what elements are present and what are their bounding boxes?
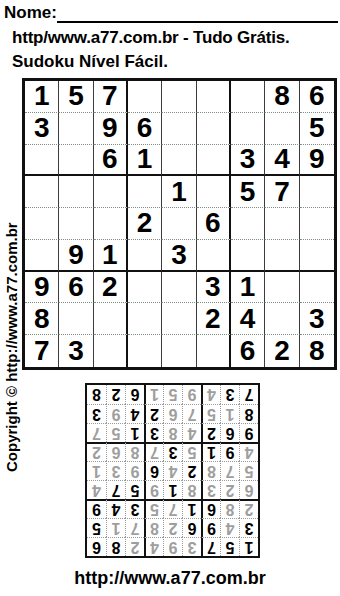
puzzle-cell-r8c6: 2 [197,303,231,335]
solution-cell-r6c6: 7 [144,442,163,461]
solution-cell-r7c7: 1 [125,423,144,442]
puzzle-cell-r1c2: 5 [59,81,93,113]
puzzle-cell-r8c3 [94,303,128,335]
solution-cell-r5c5: 4 [163,461,182,480]
puzzle-cell-r9c7: 6 [231,335,265,367]
puzzle-cell-r6c8 [265,240,299,272]
puzzle-cell-r2c3: 9 [94,113,128,145]
solution-cell-r2c8: 1 [106,518,125,537]
puzzle-cell-r6c7 [231,240,265,272]
puzzle-cell-r4c3 [94,176,128,208]
puzzle-cell-r3c8: 4 [265,145,299,177]
puzzle-cell-r6c4 [128,240,162,272]
solution-cell-r6c3: 1 [201,442,220,461]
solution-cell-r4c5: 1 [163,480,182,499]
solution-cell-r3c9: 9 [87,499,106,518]
solution-cell-r3c6: 5 [144,499,163,518]
puzzle-cell-r6c2: 9 [59,240,93,272]
solution-cell-r6c9: 2 [87,442,106,461]
solution-cell-r1c4: 3 [182,537,201,556]
puzzle-cell-r4c6 [197,176,231,208]
solution-cell-r5c9: 1 [87,461,106,480]
puzzle-cell-r4c1 [25,176,59,208]
puzzle-cell-r1c9: 6 [300,81,334,113]
solution-cell-r9c6: 1 [144,385,163,404]
puzzle-cell-r4c7: 5 [231,176,265,208]
puzzle-cell-r5c4: 2 [128,208,162,240]
puzzle-cell-r1c5 [162,81,196,113]
solution-cell-r4c6: 9 [144,480,163,499]
puzzle-cell-r9c3 [94,335,128,367]
solution-cell-r8c3: 5 [201,404,220,423]
footer-url: http://www.a77.com.br [0,568,340,589]
puzzle-cell-r9c2: 3 [59,335,93,367]
solution-cell-r6c8: 6 [106,442,125,461]
puzzle-cell-r6c3: 1 [94,240,128,272]
solution-cell-r8c2: 1 [220,404,239,423]
puzzle-cell-r4c2 [59,176,93,208]
solution-cell-r4c4: 8 [182,480,201,499]
puzzle-cell-r2c1: 3 [25,113,59,145]
puzzle-cell-r6c9 [300,240,334,272]
puzzle-cell-r2c9: 5 [300,113,334,145]
solution-cell-r5c7: 9 [125,461,144,480]
puzzle-cell-r5c5 [162,208,196,240]
solution-cell-r8c8: 9 [106,404,125,423]
solution-cell-r7c4: 4 [182,423,201,442]
solution-cell-r5c6: 6 [144,461,163,480]
solution-cell-r5c1: 5 [239,461,258,480]
solution-cell-r4c9: 4 [87,480,106,499]
puzzle-cell-r4c4 [128,176,162,208]
puzzle-cell-r5c8 [265,208,299,240]
solution-cell-r3c1: 2 [239,499,258,518]
solution-cell-r7c3: 2 [201,423,220,442]
solution-cell-r1c3: 7 [201,537,220,556]
puzzle-cell-r5c6: 6 [197,208,231,240]
puzzle-cell-r8c9: 3 [300,303,334,335]
solution-cell-r9c9: 8 [87,385,106,404]
puzzle-cell-r9c9: 8 [300,335,334,367]
solution-cell-r3c5: 7 [163,499,182,518]
solution-cell-r8c9: 3 [87,404,106,423]
solution-cell-r4c8: 7 [106,480,125,499]
solution-cell-r1c1: 1 [239,537,258,556]
solution-cell-r2c7: 7 [125,518,144,537]
solution-cell-r7c5: 8 [163,423,182,442]
puzzle-cell-r8c8 [265,303,299,335]
solution-cell-r2c1: 3 [239,518,258,537]
name-fill-line [57,2,338,23]
solution-cell-r6c4: 5 [182,442,201,461]
puzzle-cell-r8c7: 4 [231,303,265,335]
puzzle-cell-r2c5 [162,113,196,145]
solution-cell-r7c8: 5 [106,423,125,442]
solution-cell-r5c4: 2 [182,461,201,480]
puzzle-cell-r3c6 [197,145,231,177]
solution-cell-r8c5: 6 [163,404,182,423]
puzzle-cell-r7c9 [300,272,334,304]
solution-cell-r1c9: 6 [87,537,106,556]
solution-cell-r5c2: 7 [220,461,239,480]
puzzle-cell-r6c5: 3 [162,240,196,272]
solution-cell-r6c5: 3 [163,442,182,461]
puzzle-cell-r3c4: 1 [128,145,162,177]
solution-cell-r2c6: 8 [144,518,163,537]
puzzle-cell-r2c7 [231,113,265,145]
site-header: http/www.a77.com.br - Tudo Grátis. [12,28,290,48]
solution-cell-r8c4: 7 [182,404,201,423]
sudoku-puzzle-grid: 157863965613491572691396231824373628 [22,78,337,370]
solution-cell-r9c5: 5 [163,385,182,404]
puzzle-cell-r7c8 [265,272,299,304]
puzzle-cell-r2c2 [59,113,93,145]
puzzle-cell-r5c3 [94,208,128,240]
puzzle-cell-r4c5: 1 [162,176,196,208]
puzzle-cell-r7c3: 2 [94,272,128,304]
solution-cell-r2c5: 2 [163,518,182,537]
puzzle-cell-r1c3: 7 [94,81,128,113]
puzzle-cell-r7c2: 6 [59,272,93,304]
puzzle-cell-r3c7: 3 [231,145,265,177]
solution-cell-r7c9: 7 [87,423,106,442]
solution-cell-r1c7: 2 [125,537,144,556]
puzzle-cell-r4c8: 7 [265,176,299,208]
puzzle-cell-r2c4: 6 [128,113,162,145]
puzzle-cell-r7c5 [162,272,196,304]
puzzle-cell-r8c1: 8 [25,303,59,335]
solution-cell-r4c1: 6 [239,480,258,499]
solution-cell-r9c7: 6 [125,385,144,404]
solution-cell-r9c1: 7 [239,385,258,404]
solution-cell-r9c4: 9 [182,385,201,404]
solution-cell-r1c6: 4 [144,537,163,556]
puzzle-cell-r2c6 [197,113,231,145]
puzzle-cell-r5c2 [59,208,93,240]
puzzle-cell-r9c8: 2 [265,335,299,367]
puzzle-cell-r8c5 [162,303,196,335]
solution-cell-r3c3: 6 [201,499,220,518]
puzzle-cell-r9c5 [162,335,196,367]
puzzle-cell-r9c6 [197,335,231,367]
page-title: Sudoku Nível Fácil. [12,52,168,72]
solution-cell-r4c3: 3 [201,480,220,499]
puzzle-cell-r4c9 [300,176,334,208]
puzzle-cell-r8c4 [128,303,162,335]
puzzle-cell-r6c6 [197,240,231,272]
puzzle-cell-r1c8: 8 [265,81,299,113]
puzzle-cell-r8c2 [59,303,93,335]
sudoku-solution-grid-rotated: 1573942863496287152861753496238195745782… [85,383,260,558]
puzzle-cell-r3c5 [162,145,196,177]
puzzle-cell-r3c2 [59,145,93,177]
solution-cell-r2c4: 6 [182,518,201,537]
solution-cell-r8c6: 2 [144,404,163,423]
solution-cell-r9c3: 4 [201,385,220,404]
solution-cell-r6c7: 8 [125,442,144,461]
puzzle-cell-r9c1: 7 [25,335,59,367]
solution-cell-r4c7: 5 [125,480,144,499]
solution-cell-r7c2: 6 [220,423,239,442]
puzzle-cell-r1c1: 1 [25,81,59,113]
puzzle-cell-r7c7: 1 [231,272,265,304]
solution-cell-r3c2: 8 [220,499,239,518]
puzzle-cell-r1c7 [231,81,265,113]
puzzle-cell-r9c4 [128,335,162,367]
puzzle-cell-r6c1 [25,240,59,272]
solution-cell-r8c7: 4 [125,404,144,423]
puzzle-cell-r5c9 [300,208,334,240]
puzzle-cell-r7c6: 3 [197,272,231,304]
puzzle-cell-r2c8 [265,113,299,145]
puzzle-cell-r3c3: 6 [94,145,128,177]
solution-cell-r5c8: 3 [106,461,125,480]
solution-cell-r1c2: 5 [220,537,239,556]
solution-cell-r1c8: 8 [106,537,125,556]
solution-cell-r3c7: 3 [125,499,144,518]
solution-cell-r3c4: 1 [182,499,201,518]
solution-cell-r6c1: 4 [239,442,258,461]
puzzle-cell-r1c4 [128,81,162,113]
solution-cell-r2c9: 5 [87,518,106,537]
solution-cell-r1c5: 9 [163,537,182,556]
puzzle-cell-r7c1: 9 [25,272,59,304]
puzzle-cell-r5c7 [231,208,265,240]
solution-cell-r3c8: 4 [106,499,125,518]
solution-cell-r8c1: 8 [239,404,258,423]
puzzle-cell-r1c6 [197,81,231,113]
solution-cell-r4c2: 2 [220,480,239,499]
solution-cell-r7c1: 9 [239,423,258,442]
puzzle-cell-r5c1 [25,208,59,240]
solution-cell-r2c3: 9 [201,518,220,537]
name-label: Nome: [4,3,57,23]
solution-cell-r9c2: 3 [220,385,239,404]
solution-cell-r5c3: 8 [201,461,220,480]
copyright-vertical-text: Copyright © http://www.a77.com.br [3,90,19,472]
solution-cell-r6c2: 9 [220,442,239,461]
solution-cell-r2c2: 4 [220,518,239,537]
solution-cell-r9c8: 2 [106,385,125,404]
puzzle-cell-r7c4 [128,272,162,304]
puzzle-cell-r3c1 [25,145,59,177]
solution-cell-r7c6: 3 [144,423,163,442]
puzzle-cell-r3c9: 9 [300,145,334,177]
